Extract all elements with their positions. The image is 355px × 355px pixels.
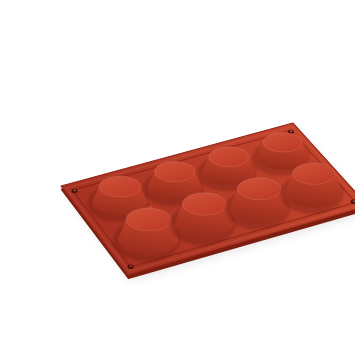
bump-top-face: [209, 147, 249, 167]
bump-top-face: [237, 178, 280, 200]
bump-top-face: [99, 176, 140, 197]
bump-top-face: [182, 193, 226, 215]
bump-top-face: [155, 161, 196, 181]
bump-top-face: [293, 163, 335, 184]
corner-hole-1: [72, 189, 78, 193]
bump-top-face: [126, 208, 171, 231]
bump-top-face: [263, 133, 302, 153]
corner-hole-4: [127, 265, 133, 269]
baking-mold-image: [40, 16, 355, 355]
product-photo: [40, 16, 355, 355]
